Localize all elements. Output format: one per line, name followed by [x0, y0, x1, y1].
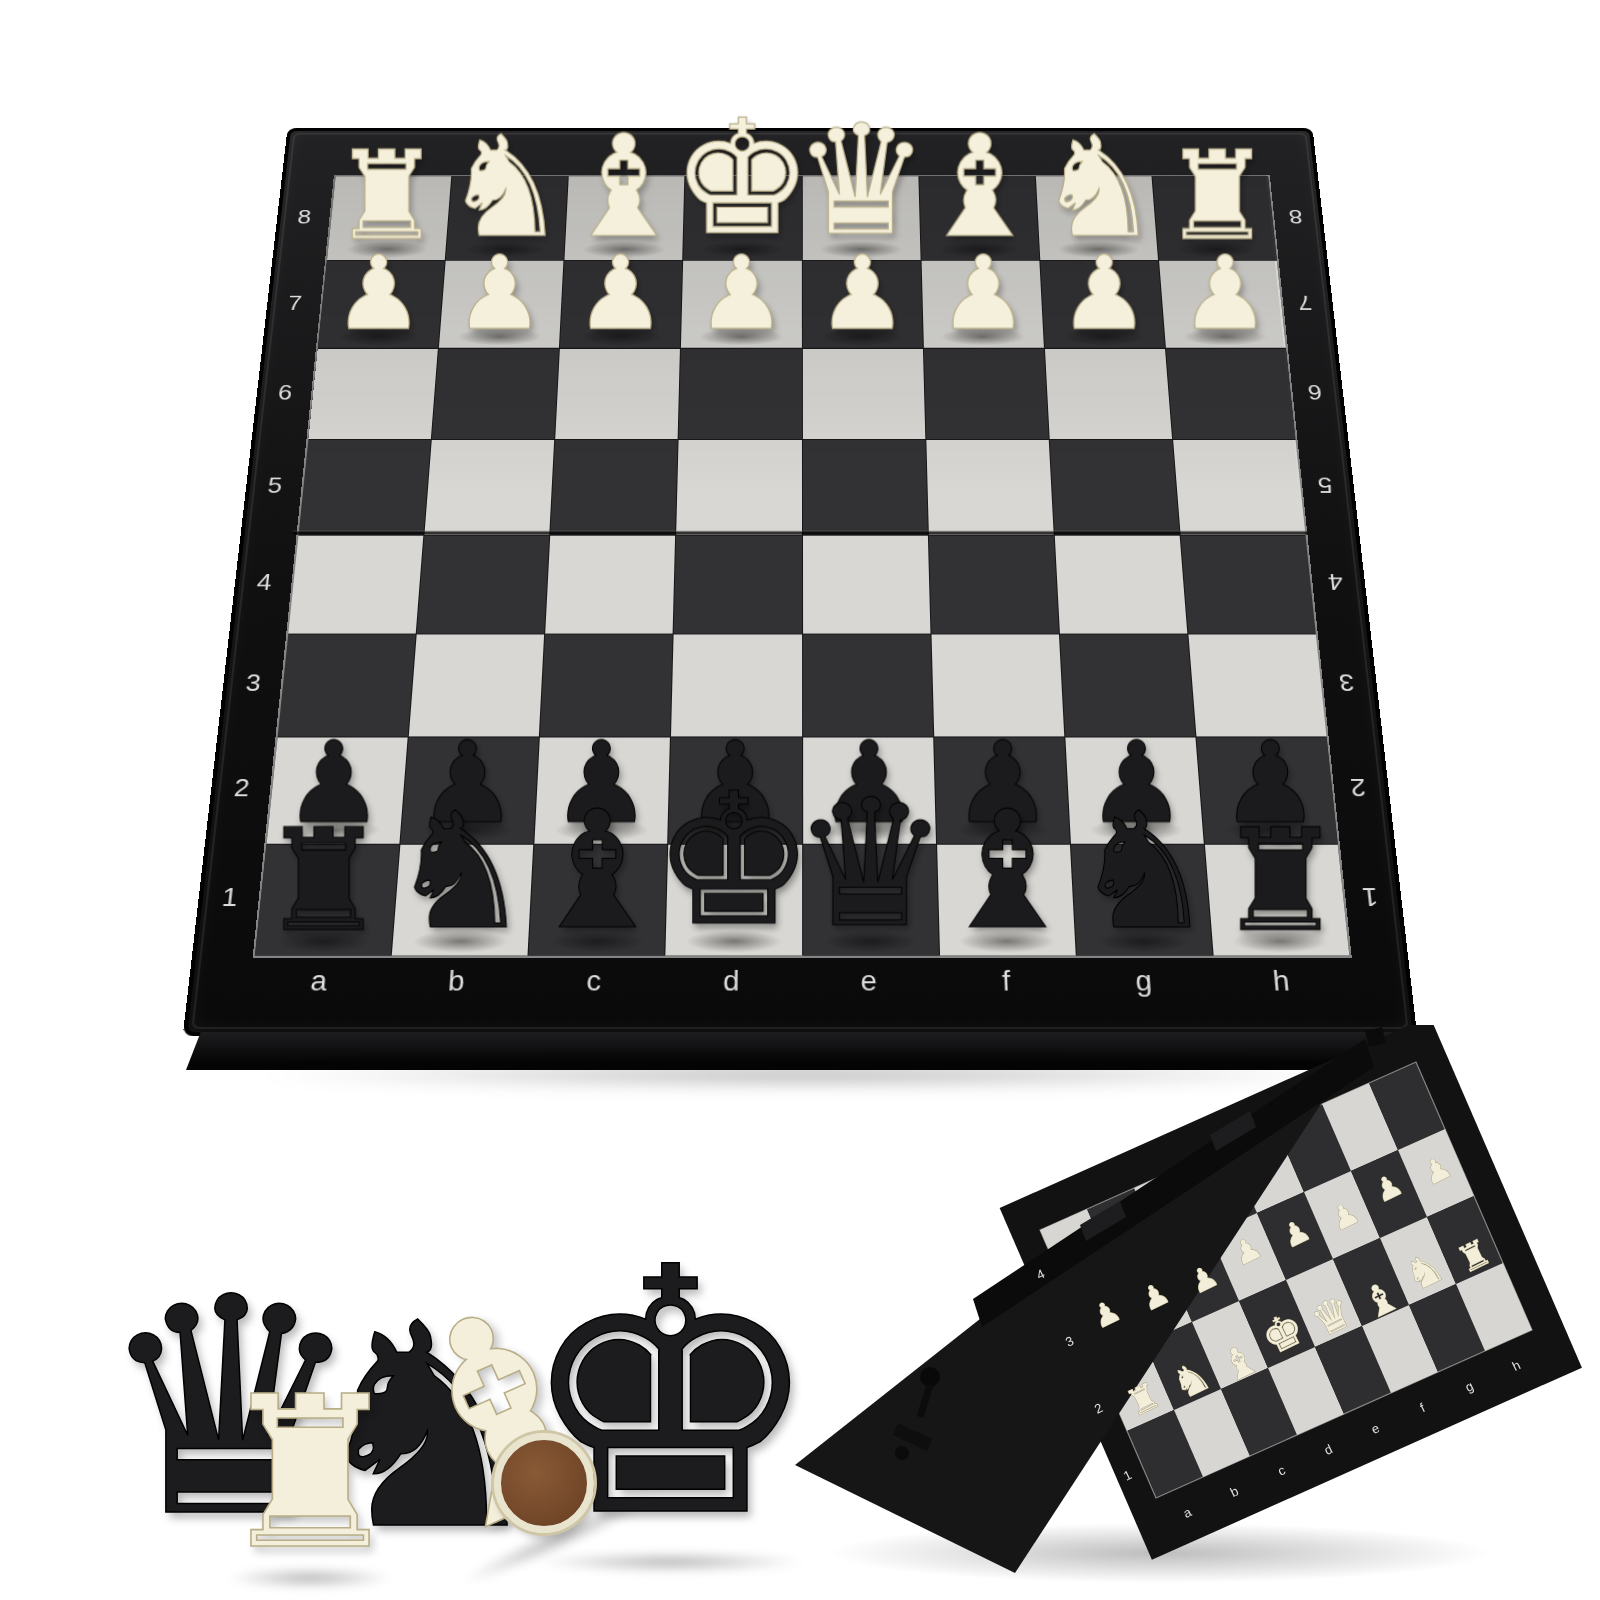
- square-e6: [802, 349, 925, 440]
- square-b6: [432, 349, 559, 440]
- square-g4: [1055, 535, 1188, 633]
- square-c4: [545, 535, 675, 633]
- rank-label-left-2: 2: [218, 735, 265, 842]
- square-a7: ♟: [318, 261, 445, 348]
- file-label-g: g: [1074, 966, 1214, 998]
- black-bishop-piece: ♝: [934, 789, 1080, 952]
- white-pawn-piece: ♟: [1180, 243, 1271, 345]
- square-a6: [308, 349, 438, 440]
- square-d4: [674, 535, 802, 633]
- square-b1: ♞: [392, 845, 534, 956]
- rank-label-right-6: 6: [1294, 347, 1337, 438]
- file-label-b: b: [386, 966, 526, 998]
- black-bishop-piece: ♝: [524, 789, 670, 952]
- felt-base-of-tilted-bishop: [494, 1433, 594, 1533]
- square-f7: ♟: [921, 261, 1043, 348]
- square-c6: [555, 349, 680, 440]
- rank-label-right-1: 1: [1346, 842, 1395, 954]
- square-c1: ♝: [529, 845, 668, 956]
- file-label-a: a: [248, 966, 388, 998]
- folded-board-photo: 4321abcdefgh♟♟♟♟♟♟♟♟♜♞♝♚♛♝♞♜: [780, 1025, 1600, 1595]
- square-e1: ♛: [803, 845, 939, 956]
- white-pawn-piece: ♟: [938, 243, 1029, 345]
- product-photo-magnetic-chess-set: { "game": "chess", "scene": "Product pho…: [0, 0, 1600, 1600]
- black-knight-piece: ♞: [1072, 791, 1216, 952]
- black-queen-piece: ♛: [792, 776, 950, 952]
- loose-pieces-group: ♛♜♞♝♚: [100, 1135, 760, 1585]
- rank-label-left-1: 1: [205, 842, 254, 954]
- rank-label-right-8: 8: [1275, 175, 1316, 260]
- square-h6: [1166, 349, 1296, 440]
- main-board-photo: ♜♞♝♚♛♝♞♜♟♟♟♟♟♟♟♟♟♟♟♟♟♟♟♟♜♞♝♚♛♝♞♜ 8765432…: [183, 128, 1418, 1036]
- white-pawn-piece: ♟: [333, 243, 424, 345]
- rank-label-left-7: 7: [274, 259, 316, 347]
- square-f1: ♝: [937, 845, 1076, 956]
- black-knight-piece: ♞: [388, 791, 532, 952]
- white-pawn-piece: ♟: [1059, 243, 1150, 345]
- rank-label-right-5: 5: [1303, 438, 1347, 533]
- black-rook-piece: ♜: [260, 810, 386, 951]
- square-a4: [288, 535, 423, 633]
- square-e4: [802, 535, 930, 633]
- square-h4: [1181, 535, 1316, 633]
- rank-label-left-6: 6: [263, 347, 306, 438]
- rank-label-left-3: 3: [230, 632, 276, 735]
- square-c7: ♟: [560, 261, 682, 348]
- white-pawn-piece: ♟: [817, 243, 908, 345]
- white-pawn-piece: ♟: [575, 243, 666, 345]
- file-label-f: f: [937, 966, 1076, 998]
- white-pawn-piece: ♟: [454, 243, 545, 345]
- square-b5: [425, 440, 555, 534]
- board-frame: ♜♞♝♚♛♝♞♜♟♟♟♟♟♟♟♟♟♟♟♟♟♟♟♟♜♞♝♚♛♝♞♜ 8765432…: [183, 128, 1418, 1036]
- rank-label-left-5: 5: [253, 438, 297, 533]
- square-a5: [299, 440, 431, 534]
- square-d6: [679, 349, 802, 440]
- square-h1: ♜: [1205, 845, 1350, 956]
- square-f5: [926, 440, 1053, 534]
- file-label-d: d: [662, 966, 800, 998]
- square-e5: [802, 440, 927, 534]
- file-label-h: h: [1211, 966, 1351, 998]
- rank-label-right-3: 3: [1324, 632, 1370, 735]
- square-d7: ♟: [681, 261, 801, 348]
- square-a1: ♜: [255, 845, 399, 956]
- square-f6: [924, 349, 1049, 440]
- chess-board-grid: ♜♞♝♚♛♝♞♜♟♟♟♟♟♟♟♟♟♟♟♟♟♟♟♟♜♞♝♚♛♝♞♜: [253, 175, 1352, 958]
- square-f4: [928, 535, 1058, 633]
- square-h5: [1173, 440, 1305, 534]
- square-h7: ♟: [1159, 261, 1286, 348]
- rank-label-left-4: 4: [242, 533, 287, 632]
- file-label-e: e: [800, 966, 938, 998]
- square-e7: ♟: [802, 261, 922, 348]
- white-pawn-piece: ♟: [696, 243, 787, 345]
- rank-label-right-7: 7: [1284, 259, 1326, 347]
- square-g7: ♟: [1040, 261, 1165, 348]
- file-label-c: c: [524, 966, 663, 998]
- black-rook-piece: ♜: [1218, 810, 1344, 951]
- rank-label-right-4: 4: [1313, 533, 1358, 632]
- square-b4: [417, 535, 550, 633]
- square-c5: [551, 440, 678, 534]
- square-b7: ♟: [439, 261, 564, 348]
- square-g1: ♞: [1071, 845, 1213, 956]
- latch-screw: [895, 1446, 909, 1460]
- square-g6: [1045, 349, 1172, 440]
- square-d5: [677, 440, 802, 534]
- rank-label-left-8: 8: [284, 175, 325, 260]
- latch-knob: [920, 1367, 940, 1387]
- square-g5: [1050, 440, 1180, 534]
- square-d1: ♚: [666, 845, 802, 956]
